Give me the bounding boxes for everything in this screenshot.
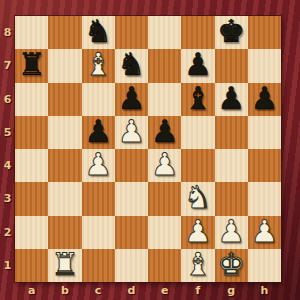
square-b8[interactable]: [48, 16, 81, 49]
piece-white-pawn-f2[interactable]: ♟: [184, 216, 212, 248]
square-d6[interactable]: ♟: [115, 83, 148, 116]
square-f1[interactable]: ♝: [181, 249, 214, 282]
square-c5[interactable]: ♟: [82, 116, 115, 149]
square-g2[interactable]: ♟: [215, 216, 248, 249]
square-c6[interactable]: [82, 83, 115, 116]
square-a6[interactable]: [15, 83, 48, 116]
square-a5[interactable]: [15, 116, 48, 149]
square-e1[interactable]: [148, 249, 181, 282]
square-a4[interactable]: [15, 149, 48, 182]
square-h1[interactable]: [248, 249, 281, 282]
piece-white-rook-b1[interactable]: ♜: [51, 249, 79, 281]
file-labels: abcdefgh: [15, 281, 281, 300]
square-c2[interactable]: [82, 216, 115, 249]
square-h5[interactable]: [248, 116, 281, 149]
piece-black-king-g8[interactable]: ♚: [217, 16, 245, 48]
square-d4[interactable]: [115, 149, 148, 182]
rank-label-7: 7: [0, 49, 15, 82]
square-a2[interactable]: [15, 216, 48, 249]
square-b2[interactable]: [48, 216, 81, 249]
square-b5[interactable]: [48, 116, 81, 149]
file-label-g: g: [215, 281, 248, 300]
square-b4[interactable]: [48, 149, 81, 182]
square-f4[interactable]: [181, 149, 214, 182]
piece-black-pawn-d6[interactable]: ♟: [117, 83, 145, 115]
piece-black-bishop-f6[interactable]: ♝: [184, 83, 212, 115]
rank-label-5: 5: [0, 116, 15, 149]
square-h2[interactable]: ♟: [248, 216, 281, 249]
piece-white-king-g1[interactable]: ♚: [217, 249, 245, 281]
rank-label-1: 1: [0, 249, 15, 282]
square-e3[interactable]: [148, 182, 181, 215]
square-b7[interactable]: [48, 49, 81, 82]
rank-label-6: 6: [0, 83, 15, 116]
square-f7[interactable]: ♟: [181, 49, 214, 82]
piece-white-bishop-f1[interactable]: ♝: [184, 249, 212, 281]
square-h4[interactable]: [248, 149, 281, 182]
square-e2[interactable]: [148, 216, 181, 249]
piece-black-pawn-g6[interactable]: ♟: [217, 83, 245, 115]
square-a1[interactable]: [15, 249, 48, 282]
square-e4[interactable]: ♟: [148, 149, 181, 182]
piece-black-rook-a7[interactable]: ♜: [18, 49, 46, 81]
rank-labels: 87654321: [0, 16, 15, 282]
piece-black-knight-c8[interactable]: ♞: [84, 16, 112, 48]
piece-black-pawn-h6[interactable]: ♟: [250, 83, 278, 115]
square-a3[interactable]: [15, 182, 48, 215]
piece-black-pawn-f7[interactable]: ♟: [184, 49, 212, 81]
file-label-h: h: [248, 281, 281, 300]
square-e7[interactable]: [148, 49, 181, 82]
square-e6[interactable]: [148, 83, 181, 116]
rank-label-2: 2: [0, 216, 15, 249]
piece-black-pawn-c5[interactable]: ♟: [84, 116, 112, 148]
file-label-d: d: [115, 281, 148, 300]
rank-label-8: 8: [0, 16, 15, 49]
square-g1[interactable]: ♚: [215, 249, 248, 282]
square-f2[interactable]: ♟: [181, 216, 214, 249]
piece-white-pawn-g2[interactable]: ♟: [217, 216, 245, 248]
file-label-c: c: [82, 281, 115, 300]
square-g7[interactable]: [215, 49, 248, 82]
square-d8[interactable]: [115, 16, 148, 49]
rank-label-4: 4: [0, 149, 15, 182]
square-c4[interactable]: ♟: [82, 149, 115, 182]
square-e5[interactable]: ♟: [148, 116, 181, 149]
piece-white-pawn-h2[interactable]: ♟: [250, 216, 278, 248]
square-d1[interactable]: [115, 249, 148, 282]
piece-white-pawn-e4[interactable]: ♟: [151, 149, 179, 181]
file-label-e: e: [148, 281, 181, 300]
square-g5[interactable]: [215, 116, 248, 149]
square-f6[interactable]: ♝: [181, 83, 214, 116]
square-e8[interactable]: [148, 16, 181, 49]
square-b1[interactable]: ♜: [48, 249, 81, 282]
square-f3[interactable]: ♞: [181, 182, 214, 215]
square-d7[interactable]: ♞: [115, 49, 148, 82]
square-d5[interactable]: ♟: [115, 116, 148, 149]
square-d3[interactable]: [115, 182, 148, 215]
piece-black-pawn-e5[interactable]: ♟: [151, 116, 179, 148]
square-g3[interactable]: [215, 182, 248, 215]
file-label-a: a: [15, 281, 48, 300]
piece-white-bishop-c7[interactable]: ♝: [84, 49, 112, 81]
chess-diagram: 87654321 ♞♚♜♝♞♟♟♝♟♟♟♟♟♟♟♞♟♟♟♜♝♚ abcdefgh: [0, 0, 300, 300]
square-c7[interactable]: ♝: [82, 49, 115, 82]
piece-black-knight-d7[interactable]: ♞: [117, 49, 145, 81]
square-h3[interactable]: [248, 182, 281, 215]
square-a7[interactable]: ♜: [15, 49, 48, 82]
square-h7[interactable]: [248, 49, 281, 82]
square-a8[interactable]: [15, 16, 48, 49]
square-h6[interactable]: ♟: [248, 83, 281, 116]
square-c3[interactable]: [82, 182, 115, 215]
square-c8[interactable]: ♞: [82, 16, 115, 49]
rank-label-3: 3: [0, 182, 15, 215]
square-d2[interactable]: [115, 216, 148, 249]
square-h8[interactable]: [248, 16, 281, 49]
square-b6[interactable]: [48, 83, 81, 116]
file-label-f: f: [181, 281, 214, 300]
square-g6[interactable]: ♟: [215, 83, 248, 116]
square-f5[interactable]: [181, 116, 214, 149]
piece-white-knight-f3[interactable]: ♞: [184, 182, 212, 214]
piece-white-pawn-c4[interactable]: ♟: [84, 149, 112, 181]
square-b3[interactable]: [48, 182, 81, 215]
square-f8[interactable]: [181, 16, 214, 49]
square-c1[interactable]: [82, 249, 115, 282]
square-g4[interactable]: [215, 149, 248, 182]
chess-board[interactable]: ♞♚♜♝♞♟♟♝♟♟♟♟♟♟♟♞♟♟♟♜♝♚: [15, 16, 281, 282]
square-g8[interactable]: ♚: [215, 16, 248, 49]
file-label-b: b: [48, 281, 81, 300]
piece-white-pawn-d5[interactable]: ♟: [117, 116, 145, 148]
